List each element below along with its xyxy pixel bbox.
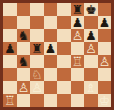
square-d1[interactable] (44, 94, 58, 107)
black-rook[interactable]: ♜ (31, 42, 42, 55)
square-b3[interactable] (17, 68, 31, 81)
square-a2[interactable] (3, 81, 17, 94)
white-rook[interactable]: ♖ (72, 55, 83, 68)
square-f7[interactable]: ♟ (71, 16, 85, 29)
square-h1[interactable]: ♔ (98, 94, 112, 107)
black-rook[interactable]: ♜ (72, 3, 83, 16)
square-b7[interactable] (17, 16, 31, 29)
square-e3[interactable] (57, 68, 71, 81)
square-f8[interactable]: ♜ (71, 3, 85, 16)
black-pawn[interactable]: ♟ (4, 42, 15, 55)
square-c2[interactable]: ♙ (30, 81, 44, 94)
white-rook[interactable]: ♖ (4, 94, 15, 107)
square-f6[interactable]: ♙ (71, 29, 85, 42)
square-h7[interactable]: ♟ (98, 16, 112, 29)
black-pawn[interactable]: ♟ (72, 16, 83, 29)
square-g2[interactable]: ♗ (84, 81, 98, 94)
square-b8[interactable] (17, 3, 31, 16)
white-pawn[interactable]: ♙ (18, 81, 29, 94)
square-b1[interactable] (17, 94, 31, 107)
square-b6[interactable]: ♞ (17, 29, 31, 42)
square-h4[interactable]: ♙ (98, 55, 112, 68)
black-pawn[interactable]: ♟ (85, 29, 96, 42)
chess-board: ♜♚♟♟♞♙♟♟♜♟♙♞♖♙♘♙♙♗♖♔ (0, 0, 114, 110)
square-g7[interactable] (84, 16, 98, 29)
square-g6[interactable]: ♟ (84, 29, 98, 42)
square-e6[interactable] (57, 29, 71, 42)
square-f3[interactable] (71, 68, 85, 81)
square-g3[interactable] (84, 68, 98, 81)
square-c3[interactable]: ♘ (30, 68, 44, 81)
white-pawn[interactable]: ♙ (85, 42, 96, 55)
square-c5[interactable]: ♜ (30, 42, 44, 55)
square-b5[interactable] (17, 42, 31, 55)
black-king[interactable]: ♚ (85, 3, 96, 16)
square-a6[interactable] (3, 29, 17, 42)
square-g8[interactable]: ♚ (84, 3, 98, 16)
square-e7[interactable] (57, 16, 71, 29)
square-h3[interactable] (98, 68, 112, 81)
square-f2[interactable] (71, 81, 85, 94)
square-h5[interactable] (98, 42, 112, 55)
white-knight[interactable]: ♘ (31, 68, 42, 81)
square-d2[interactable] (44, 81, 58, 94)
square-d3[interactable] (44, 68, 58, 81)
black-pawn[interactable]: ♟ (99, 16, 110, 29)
square-e2[interactable] (57, 81, 71, 94)
square-a7[interactable] (3, 16, 17, 29)
square-h6[interactable] (98, 29, 112, 42)
square-d5[interactable]: ♟ (44, 42, 58, 55)
white-pawn[interactable]: ♙ (99, 55, 110, 68)
white-pawn[interactable]: ♙ (31, 81, 42, 94)
square-a4[interactable] (3, 55, 17, 68)
square-e1[interactable] (57, 94, 71, 107)
square-c8[interactable] (30, 3, 44, 16)
square-g4[interactable] (84, 55, 98, 68)
square-b4[interactable]: ♞ (17, 55, 31, 68)
square-e8[interactable] (57, 3, 71, 16)
square-f1[interactable] (71, 94, 85, 107)
square-g5[interactable]: ♙ (84, 42, 98, 55)
black-knight[interactable]: ♞ (18, 55, 29, 68)
black-knight[interactable]: ♞ (18, 29, 29, 42)
square-f4[interactable]: ♖ (71, 55, 85, 68)
square-f5[interactable] (71, 42, 85, 55)
square-a5[interactable]: ♟ (3, 42, 17, 55)
square-c4[interactable] (30, 55, 44, 68)
square-h2[interactable] (98, 81, 112, 94)
white-pawn[interactable]: ♙ (72, 29, 83, 42)
chess-board-grid: ♜♚♟♟♞♙♟♟♜♟♙♞♖♙♘♙♙♗♖♔ (3, 3, 111, 107)
square-h8[interactable] (98, 3, 112, 16)
square-a8[interactable] (3, 3, 17, 16)
square-g1[interactable] (84, 94, 98, 107)
white-bishop[interactable]: ♗ (85, 81, 96, 94)
square-a3[interactable] (3, 68, 17, 81)
square-d6[interactable] (44, 29, 58, 42)
square-d7[interactable] (44, 16, 58, 29)
square-e4[interactable] (57, 55, 71, 68)
square-d8[interactable] (44, 3, 58, 16)
square-b2[interactable]: ♙ (17, 81, 31, 94)
square-a1[interactable]: ♖ (3, 94, 17, 107)
square-d4[interactable] (44, 55, 58, 68)
black-pawn[interactable]: ♟ (45, 42, 56, 55)
square-c7[interactable] (30, 16, 44, 29)
white-king[interactable]: ♔ (99, 94, 110, 107)
square-c6[interactable] (30, 29, 44, 42)
square-c1[interactable] (30, 94, 44, 107)
square-e5[interactable] (57, 42, 71, 55)
